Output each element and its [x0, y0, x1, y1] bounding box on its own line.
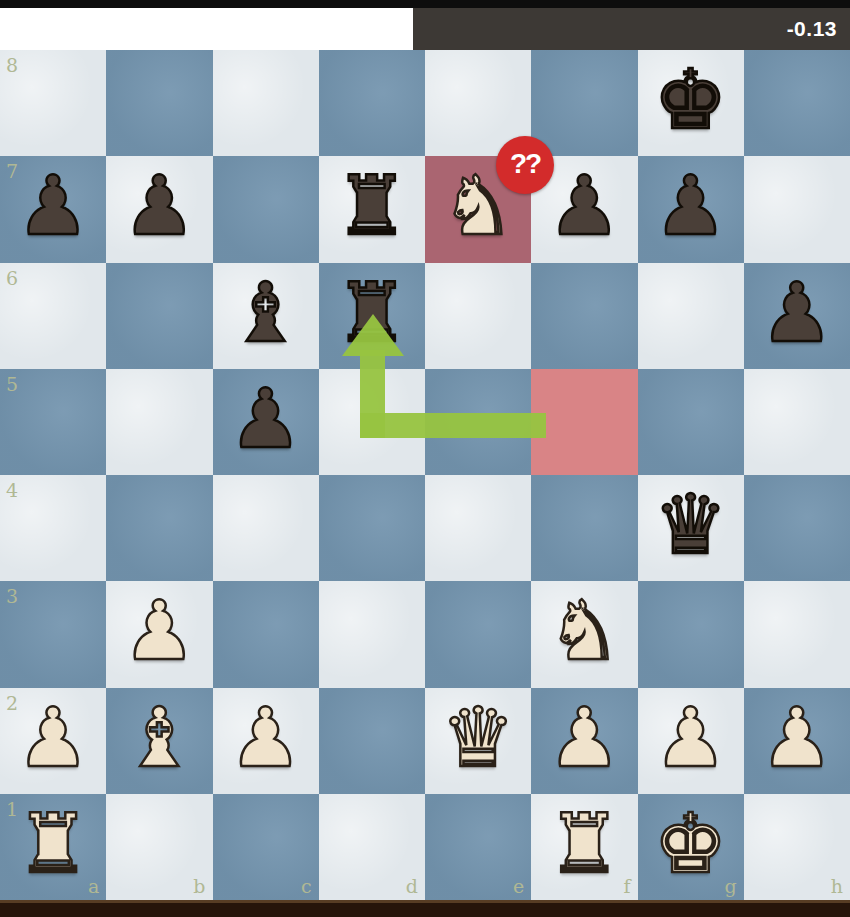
chess-board[interactable]: 8♚7♟♟♜♞♟♟6♝♜♟5♟4♛3♟♞2♟♝♟♛♟♟♟1a♜bcdef♜g♚h — [0, 50, 850, 900]
file-label-f: f — [623, 875, 630, 897]
square-g6[interactable] — [638, 263, 744, 369]
piece-black-bishop-c6[interactable]: ♝ — [229, 272, 303, 360]
square-c7[interactable] — [213, 156, 319, 262]
square-g7[interactable]: ♟ — [638, 156, 744, 262]
square-e8[interactable] — [425, 50, 531, 156]
square-h5[interactable] — [744, 369, 850, 475]
square-h8[interactable] — [744, 50, 850, 156]
square-c3[interactable] — [213, 581, 319, 687]
rank-label-6: 6 — [6, 267, 18, 289]
square-b3[interactable]: ♟ — [106, 581, 212, 687]
rank-label-1: 1 — [6, 798, 18, 820]
square-a5[interactable]: 5 — [0, 369, 106, 475]
piece-white-pawn-h2[interactable]: ♟ — [760, 697, 834, 785]
piece-white-king-g1[interactable]: ♚ — [654, 803, 728, 891]
file-label-h: h — [831, 875, 843, 897]
square-f5-highlighted[interactable] — [531, 369, 637, 475]
square-a7[interactable]: 7♟ — [0, 156, 106, 262]
piece-black-king-g8[interactable]: ♚ — [654, 59, 728, 147]
file-label-a: a — [88, 875, 99, 897]
square-d7[interactable]: ♜ — [319, 156, 425, 262]
rank-label-4: 4 — [6, 479, 18, 501]
square-h1[interactable]: h — [744, 794, 850, 900]
square-e7-highlighted[interactable]: ♞ — [425, 156, 531, 262]
evaluation-bar: -0.13 — [0, 8, 850, 50]
piece-black-pawn-f7[interactable]: ♟ — [548, 165, 622, 253]
square-c8[interactable] — [213, 50, 319, 156]
square-f3[interactable]: ♞ — [531, 581, 637, 687]
piece-white-pawn-f2[interactable]: ♟ — [548, 697, 622, 785]
piece-black-pawn-g7[interactable]: ♟ — [654, 165, 728, 253]
file-label-b: b — [193, 875, 205, 897]
square-a3[interactable]: 3 — [0, 581, 106, 687]
square-a6[interactable]: 6 — [0, 263, 106, 369]
square-g1[interactable]: g♚ — [638, 794, 744, 900]
square-d2[interactable] — [319, 688, 425, 794]
piece-white-pawn-a2[interactable]: ♟ — [16, 697, 90, 785]
rank-label-2: 2 — [6, 692, 18, 714]
piece-white-pawn-b3[interactable]: ♟ — [123, 590, 197, 678]
square-g2[interactable]: ♟ — [638, 688, 744, 794]
piece-black-pawn-b7[interactable]: ♟ — [123, 165, 197, 253]
square-e4[interactable] — [425, 475, 531, 581]
evaluation-score: -0.13 — [787, 8, 837, 50]
square-f4[interactable] — [531, 475, 637, 581]
square-f7[interactable]: ♟ — [531, 156, 637, 262]
file-label-d: d — [406, 875, 418, 897]
square-e5[interactable] — [425, 369, 531, 475]
square-g3[interactable] — [638, 581, 744, 687]
piece-black-pawn-a7[interactable]: ♟ — [16, 165, 90, 253]
rank-label-5: 5 — [6, 373, 18, 395]
file-label-e: e — [513, 875, 524, 897]
square-d3[interactable] — [319, 581, 425, 687]
square-b8[interactable] — [106, 50, 212, 156]
rank-label-8: 8 — [6, 54, 18, 76]
square-d4[interactable] — [319, 475, 425, 581]
square-h3[interactable] — [744, 581, 850, 687]
evaluation-bar-white-section — [0, 8, 413, 50]
square-h7[interactable] — [744, 156, 850, 262]
square-a1[interactable]: 1a♜ — [0, 794, 106, 900]
square-c5[interactable]: ♟ — [213, 369, 319, 475]
piece-black-pawn-h6[interactable]: ♟ — [760, 272, 834, 360]
square-e6[interactable] — [425, 263, 531, 369]
piece-white-rook-f1[interactable]: ♜ — [548, 803, 622, 891]
square-g8[interactable]: ♚ — [638, 50, 744, 156]
square-a2[interactable]: 2♟ — [0, 688, 106, 794]
square-h4[interactable] — [744, 475, 850, 581]
piece-white-knight-e7[interactable]: ♞ — [441, 165, 515, 253]
piece-white-bishop-b2[interactable]: ♝ — [123, 697, 197, 785]
square-f6[interactable] — [531, 263, 637, 369]
top-strip — [0, 0, 850, 8]
square-a4[interactable]: 4 — [0, 475, 106, 581]
square-h6[interactable]: ♟ — [744, 263, 850, 369]
rank-label-7: 7 — [6, 160, 18, 182]
chess-analysis-app: -0.13 8♚7♟♟♜♞♟♟6♝♜♟5♟4♛3♟♞2♟♝♟♛♟♟♟1a♜bcd… — [0, 0, 850, 917]
square-b1[interactable]: b — [106, 794, 212, 900]
square-b6[interactable] — [106, 263, 212, 369]
piece-white-pawn-g2[interactable]: ♟ — [654, 697, 728, 785]
square-f1[interactable]: f♜ — [531, 794, 637, 900]
rank-label-3: 3 — [6, 585, 18, 607]
board-bottom-edge — [0, 900, 850, 917]
square-b5[interactable] — [106, 369, 212, 475]
piece-white-pawn-c2[interactable]: ♟ — [229, 697, 303, 785]
square-c6[interactable]: ♝ — [213, 263, 319, 369]
square-c2[interactable]: ♟ — [213, 688, 319, 794]
square-g4[interactable]: ♛ — [638, 475, 744, 581]
piece-white-rook-a1[interactable]: ♜ — [16, 803, 90, 891]
square-f2[interactable]: ♟ — [531, 688, 637, 794]
square-e1[interactable]: e — [425, 794, 531, 900]
square-c4[interactable] — [213, 475, 319, 581]
square-d8[interactable] — [319, 50, 425, 156]
square-b4[interactable] — [106, 475, 212, 581]
piece-black-rook-d7[interactable]: ♜ — [335, 165, 409, 253]
square-e3[interactable] — [425, 581, 531, 687]
square-h2[interactable]: ♟ — [744, 688, 850, 794]
file-label-c: c — [301, 875, 312, 897]
square-b7[interactable]: ♟ — [106, 156, 212, 262]
square-f8[interactable] — [531, 50, 637, 156]
piece-white-queen-e2[interactable]: ♛ — [441, 697, 515, 785]
file-label-g: g — [725, 875, 737, 897]
square-c1[interactable]: c — [213, 794, 319, 900]
square-d1[interactable]: d — [319, 794, 425, 900]
piece-white-knight-f3[interactable]: ♞ — [548, 590, 622, 678]
square-g5[interactable] — [638, 369, 744, 475]
square-d6[interactable]: ♜ — [319, 263, 425, 369]
square-e2[interactable]: ♛ — [425, 688, 531, 794]
square-a8[interactable]: 8 — [0, 50, 106, 156]
piece-black-queen-g4[interactable]: ♛ — [654, 484, 728, 572]
piece-black-rook-d6[interactable]: ♜ — [335, 272, 409, 360]
piece-black-pawn-c5[interactable]: ♟ — [229, 378, 303, 466]
square-b2[interactable]: ♝ — [106, 688, 212, 794]
square-d5[interactable] — [319, 369, 425, 475]
